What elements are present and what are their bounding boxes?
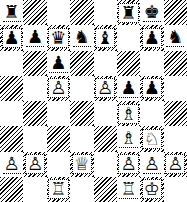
square-f3[interactable]: ♗ bbox=[117, 126, 140, 151]
square-a1[interactable] bbox=[0, 177, 23, 202]
square-f6[interactable] bbox=[117, 51, 140, 76]
square-e7[interactable]: ♝ bbox=[94, 25, 117, 50]
square-c2[interactable] bbox=[47, 152, 70, 177]
square-e2[interactable] bbox=[94, 152, 117, 177]
black-pawn-g7[interactable]: ♟ bbox=[142, 28, 162, 48]
black-pawn-g5[interactable]: ♟ bbox=[142, 78, 162, 98]
square-a3[interactable] bbox=[0, 126, 23, 151]
square-b2[interactable]: ♙ bbox=[23, 152, 46, 177]
square-c6[interactable]: ♟ bbox=[47, 51, 70, 76]
square-b8[interactable] bbox=[23, 0, 46, 25]
square-f7[interactable] bbox=[117, 25, 140, 50]
square-g7[interactable]: ♟ bbox=[140, 25, 163, 50]
square-a6[interactable] bbox=[0, 51, 23, 76]
square-d2[interactable]: ♕ bbox=[70, 152, 93, 177]
square-g4[interactable] bbox=[140, 101, 163, 126]
square-g1[interactable]: ♔ bbox=[140, 177, 163, 202]
square-e1[interactable] bbox=[94, 177, 117, 202]
square-d6[interactable] bbox=[70, 51, 93, 76]
square-b3[interactable] bbox=[23, 126, 46, 151]
black-knight-h7[interactable]: ♞ bbox=[166, 28, 184, 47]
square-a8[interactable]: ♜ bbox=[0, 0, 23, 25]
black-queen-c7[interactable]: ♛ bbox=[48, 28, 68, 48]
black-pawn-b7[interactable]: ♟ bbox=[26, 28, 44, 47]
square-a2[interactable]: ♙ bbox=[0, 152, 23, 177]
black-pawn-c6[interactable]: ♟ bbox=[49, 54, 67, 73]
square-d4[interactable] bbox=[70, 101, 93, 126]
square-f2[interactable]: ♙ bbox=[117, 152, 140, 177]
black-bishop-e7[interactable]: ♝ bbox=[95, 28, 115, 48]
square-a4[interactable] bbox=[0, 101, 23, 126]
square-h5[interactable] bbox=[164, 76, 187, 101]
white-bishop-f4[interactable]: ♗ bbox=[118, 104, 138, 124]
square-g8[interactable]: ♚ bbox=[140, 0, 163, 25]
square-g6[interactable] bbox=[140, 51, 163, 76]
square-c1[interactable]: ♖ bbox=[47, 177, 70, 202]
square-a7[interactable]: ♟ bbox=[0, 25, 23, 50]
black-pawn-f5[interactable]: ♟ bbox=[119, 79, 137, 98]
square-f1[interactable]: ♖ bbox=[117, 177, 140, 202]
square-b1[interactable] bbox=[23, 177, 46, 202]
white-pawn-h2[interactable]: ♙ bbox=[165, 154, 185, 174]
square-h6[interactable] bbox=[164, 51, 187, 76]
black-king-g8[interactable]: ♚ bbox=[143, 3, 161, 22]
square-c8[interactable] bbox=[47, 0, 70, 25]
square-c7[interactable]: ♛ bbox=[47, 25, 70, 50]
white-pawn-e5[interactable]: ♙ bbox=[95, 78, 115, 98]
square-h8[interactable] bbox=[164, 0, 187, 25]
square-g2[interactable]: ♙ bbox=[140, 152, 163, 177]
white-pawn-f2[interactable]: ♙ bbox=[118, 154, 138, 174]
chess-board: ♜♜♚♟♟♛♞♝♟♞♟♙♙♟♟♗♗♘♙♙♕♙♙♙♖♖♔ bbox=[0, 0, 187, 202]
square-b6[interactable] bbox=[23, 51, 46, 76]
black-rook-a8[interactable]: ♜ bbox=[3, 3, 21, 22]
square-h1[interactable] bbox=[164, 177, 187, 202]
square-c3[interactable] bbox=[47, 126, 70, 151]
black-rook-f8[interactable]: ♜ bbox=[118, 3, 138, 23]
square-h7[interactable]: ♞ bbox=[164, 25, 187, 50]
square-d8[interactable] bbox=[70, 0, 93, 25]
square-b7[interactable]: ♟ bbox=[23, 25, 46, 50]
square-g5[interactable]: ♟ bbox=[140, 76, 163, 101]
square-d7[interactable]: ♞ bbox=[70, 25, 93, 50]
white-knight-g3[interactable]: ♘ bbox=[142, 129, 162, 149]
white-rook-f1[interactable]: ♖ bbox=[119, 180, 137, 199]
square-b5[interactable] bbox=[23, 76, 46, 101]
white-pawn-b2[interactable]: ♙ bbox=[25, 154, 45, 174]
square-c5[interactable]: ♙ bbox=[47, 76, 70, 101]
square-h3[interactable] bbox=[164, 126, 187, 151]
square-d5[interactable] bbox=[70, 76, 93, 101]
square-e5[interactable]: ♙ bbox=[94, 76, 117, 101]
black-pawn-a7[interactable]: ♟ bbox=[2, 28, 22, 48]
square-g3[interactable]: ♘ bbox=[140, 126, 163, 151]
white-rook-c1[interactable]: ♖ bbox=[48, 179, 68, 199]
white-pawn-a2[interactable]: ♙ bbox=[3, 155, 21, 174]
square-a5[interactable] bbox=[0, 76, 23, 101]
white-queen-d2[interactable]: ♕ bbox=[72, 154, 92, 174]
square-c4[interactable] bbox=[47, 101, 70, 126]
square-f4[interactable]: ♗ bbox=[117, 101, 140, 126]
square-f5[interactable]: ♟ bbox=[117, 76, 140, 101]
square-f8[interactable]: ♜ bbox=[117, 0, 140, 25]
square-b4[interactable] bbox=[23, 101, 46, 126]
chess-diagram: ♜♜♚♟♟♛♞♝♟♞♟♙♙♟♟♗♗♘♙♙♕♙♙♙♖♖♔ bbox=[0, 0, 187, 202]
square-h4[interactable] bbox=[164, 101, 187, 126]
white-bishop-f3[interactable]: ♗ bbox=[119, 129, 137, 148]
square-e3[interactable] bbox=[94, 126, 117, 151]
black-knight-d7[interactable]: ♞ bbox=[73, 28, 91, 47]
square-d3[interactable] bbox=[70, 126, 93, 151]
white-pawn-c5[interactable]: ♙ bbox=[48, 78, 68, 98]
square-d1[interactable] bbox=[70, 177, 93, 202]
white-king-g1[interactable]: ♔ bbox=[142, 179, 162, 199]
white-pawn-g2[interactable]: ♙ bbox=[143, 155, 161, 174]
square-e8[interactable] bbox=[94, 0, 117, 25]
square-e4[interactable] bbox=[94, 101, 117, 126]
square-h2[interactable]: ♙ bbox=[164, 152, 187, 177]
square-e6[interactable] bbox=[94, 51, 117, 76]
